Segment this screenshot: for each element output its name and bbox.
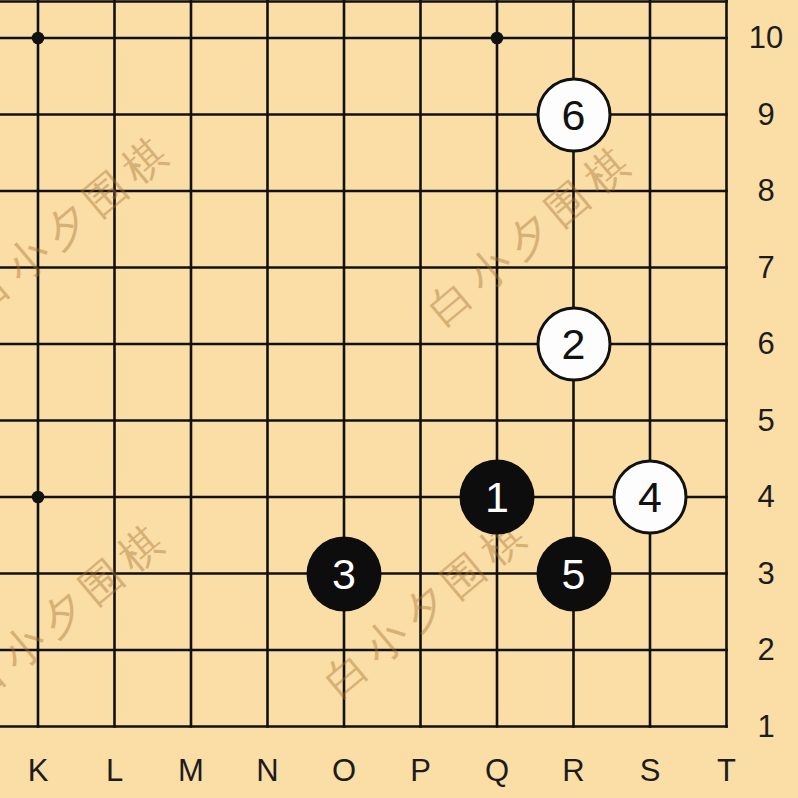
go-board: 白小夕围棋白小夕围棋白小夕围棋白小夕围棋 KLMNOPQRST109876543… [0, 0, 798, 798]
col-label-Q: Q [468, 745, 526, 797]
star-point-K10 [32, 32, 45, 45]
stone-white-6-R9: 6 [536, 77, 611, 152]
stone-number: 6 [562, 93, 586, 136]
col-label-T: T [698, 745, 756, 797]
stone-white-4-S4: 4 [613, 460, 688, 535]
stone-black-3-O3: 3 [307, 536, 382, 611]
stone-black-5-R3: 5 [536, 536, 611, 611]
row-label-5: 5 [737, 395, 795, 447]
stone-number: 3 [332, 552, 356, 595]
row-label-6: 6 [737, 318, 795, 370]
col-label-R: R [545, 745, 603, 797]
stone-white-2-R6: 2 [536, 307, 611, 382]
star-point-Q10 [491, 32, 504, 45]
row-label-3: 3 [737, 548, 795, 600]
stone-black-1-Q4: 1 [460, 460, 535, 535]
star-point-K4 [32, 491, 45, 504]
board-grid [0, 0, 798, 798]
stone-number: 2 [562, 323, 586, 366]
col-label-L: L [86, 745, 144, 797]
row-label-7: 7 [737, 242, 795, 294]
row-label-8: 8 [737, 165, 795, 217]
col-label-P: P [392, 745, 450, 797]
stone-number: 1 [485, 476, 509, 519]
col-label-S: S [621, 745, 679, 797]
stone-number: 4 [638, 476, 662, 519]
row-label-2: 2 [737, 624, 795, 676]
col-label-M: M [162, 745, 220, 797]
row-label-9: 9 [737, 89, 795, 141]
col-label-N: N [239, 745, 297, 797]
row-label-1: 1 [737, 701, 795, 753]
stone-number: 5 [562, 552, 586, 595]
row-label-10: 10 [737, 12, 795, 64]
col-label-K: K [9, 745, 67, 797]
col-label-O: O [315, 745, 373, 797]
row-label-4: 4 [737, 471, 795, 523]
